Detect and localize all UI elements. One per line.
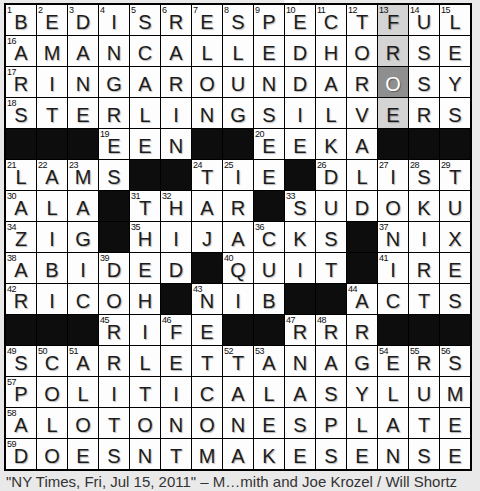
cell-r4c10[interactable]: I <box>285 98 315 128</box>
cell-letter: T <box>201 351 213 376</box>
cell-r3c6[interactable]: R <box>161 67 191 97</box>
cell-r1c9[interactable]: 9P <box>254 5 284 35</box>
cell-letter: E <box>448 413 461 438</box>
cell-r11c6[interactable]: 46F <box>161 315 191 345</box>
clue-number: 1 <box>7 5 12 15</box>
cell-r14c10[interactable]: S <box>285 408 315 438</box>
cell-r10c15[interactable]: S <box>440 284 470 314</box>
cell-r5c6[interactable]: N <box>161 129 191 159</box>
cell-r15c14[interactable]: S <box>409 439 439 469</box>
cell-r3c10[interactable]: D <box>285 67 315 97</box>
cell-r6c11[interactable]: 26D <box>316 160 346 190</box>
cell-letter: B <box>45 258 58 283</box>
clue-number: 16 <box>7 36 16 46</box>
cell-r12c6[interactable]: E <box>161 346 191 376</box>
cell-r12c2[interactable]: 50C <box>37 346 67 376</box>
cell-r10c14[interactable]: T <box>409 284 439 314</box>
cell-r8c1[interactable]: 34Z <box>6 222 36 252</box>
clue-number: 12 <box>348 5 357 15</box>
cell-r13c6[interactable]: I <box>161 377 191 407</box>
clue-number: 9 <box>255 5 260 15</box>
cell-r4c11[interactable]: L <box>316 98 346 128</box>
cell-letter: D <box>169 258 183 283</box>
cell-r10c1[interactable]: 42R <box>6 284 36 314</box>
cell-r10c4[interactable]: O <box>99 284 129 314</box>
cell-r11c12[interactable]: R <box>347 315 377 345</box>
cell-r14c7[interactable]: O <box>192 408 222 438</box>
clue-number: 3 <box>69 5 74 15</box>
cell-r1c4[interactable]: 4I <box>99 5 129 35</box>
cell-r9c14[interactable]: R <box>409 253 439 283</box>
cell-letter: Z <box>15 227 27 252</box>
cell-r4c12[interactable]: V <box>347 98 377 128</box>
cell-r2c13[interactable]: R <box>378 36 408 66</box>
cell-r2c6[interactable]: A <box>161 36 191 66</box>
cell-r7c15[interactable]: U <box>440 191 470 221</box>
cell-letter: I <box>142 320 148 345</box>
block-cell-r10c10 <box>285 284 315 314</box>
cell-letter: I <box>80 258 86 283</box>
cell-letter: A <box>76 41 89 66</box>
block-cell-r11c8 <box>223 315 253 345</box>
cell-r13c2[interactable]: O <box>37 377 67 407</box>
clue-number: 34 <box>7 222 16 232</box>
cell-r6c1[interactable]: 21L <box>6 160 36 190</box>
cell-letter: H <box>324 41 338 66</box>
cell-letter: A <box>324 72 337 97</box>
cell-r3c9[interactable]: N <box>254 67 284 97</box>
clue-number: 55 <box>410 346 419 356</box>
cell-r2c11[interactable]: H <box>316 36 346 66</box>
cell-r2c15[interactable]: E <box>440 36 470 66</box>
cell-r2c2[interactable]: M <box>37 36 67 66</box>
clue-number: 31 <box>131 191 140 201</box>
cell-letter: T <box>418 413 430 438</box>
cell-r1c6[interactable]: 6R <box>161 5 191 35</box>
clue-number: 47 <box>286 315 295 325</box>
cell-r12c9[interactable]: 53A <box>254 346 284 376</box>
cell-r7c6[interactable]: 32H <box>161 191 191 221</box>
cell-r7c7[interactable]: A <box>192 191 222 221</box>
cell-letter: A <box>386 413 399 438</box>
cell-r5c12[interactable]: A <box>347 129 377 159</box>
cell-r14c11[interactable]: P <box>316 408 346 438</box>
cell-r12c1[interactable]: 49S <box>6 346 36 376</box>
cell-r7c5[interactable]: 31T <box>130 191 160 221</box>
block-cell-r5c3 <box>68 129 98 159</box>
cell-r8c11[interactable]: S <box>316 222 346 252</box>
cell-r8c8[interactable]: A <box>223 222 253 252</box>
cell-r9c4[interactable]: 39D <box>99 253 129 283</box>
cell-r9c1[interactable]: 38A <box>6 253 36 283</box>
cell-r13c12[interactable]: Y <box>347 377 377 407</box>
cell-r9c5[interactable]: E <box>130 253 160 283</box>
clue-number: 30 <box>7 191 16 201</box>
cell-r12c8[interactable]: 52T <box>223 346 253 376</box>
cell-letter: E <box>169 351 182 376</box>
cell-r15c8[interactable]: A <box>223 439 253 469</box>
cell-r12c5[interactable]: L <box>130 346 160 376</box>
cell-letter: E <box>200 320 213 345</box>
clue-number: 24 <box>193 160 202 170</box>
cell-letter: D <box>76 10 90 35</box>
cell-letter: R <box>107 103 121 128</box>
cell-r10c12[interactable]: 44A <box>347 284 377 314</box>
cell-r2c8[interactable]: L <box>223 36 253 66</box>
cell-letter: V <box>355 103 368 128</box>
cell-r2c9[interactable]: E <box>254 36 284 66</box>
cell-r8c14[interactable]: I <box>409 222 439 252</box>
cell-r4c4[interactable]: R <box>99 98 129 128</box>
cell-r9c11[interactable]: T <box>316 253 346 283</box>
cell-r13c10[interactable]: A <box>285 377 315 407</box>
clue-number: 58 <box>7 408 16 418</box>
cell-r1c3[interactable]: 3D <box>68 5 98 35</box>
cell-r15c13[interactable]: N <box>378 439 408 469</box>
cell-r15c9[interactable]: K <box>254 439 284 469</box>
cell-r10c9[interactable]: B <box>254 284 284 314</box>
cell-r11c11[interactable]: 48R <box>316 315 346 345</box>
cell-r7c14[interactable]: K <box>409 191 439 221</box>
cell-r4c13[interactable]: E <box>378 98 408 128</box>
cell-r4c7[interactable]: N <box>192 98 222 128</box>
cell-r11c4[interactable]: 45R <box>99 315 129 345</box>
cell-letter: N <box>386 444 400 469</box>
cell-r7c10[interactable]: 33S <box>285 191 315 221</box>
block-cell-r11c14 <box>409 315 439 345</box>
cell-letter: S <box>107 165 120 190</box>
cell-r12c13[interactable]: 54E <box>378 346 408 376</box>
cell-r2c1[interactable]: 16A <box>6 36 36 66</box>
cell-r3c3[interactable]: N <box>68 67 98 97</box>
clue-number: 25 <box>224 160 233 170</box>
cell-r4c9[interactable]: S <box>254 98 284 128</box>
cell-r11c5[interactable]: I <box>130 315 160 345</box>
cell-r1c7[interactable]: 7E <box>192 5 222 35</box>
cell-letter: T <box>449 165 461 190</box>
cell-r14c4[interactable]: T <box>99 408 129 438</box>
cell-r13c3[interactable]: L <box>68 377 98 407</box>
cell-letter: A <box>45 165 58 190</box>
cell-r1c5[interactable]: 5S <box>130 5 160 35</box>
cell-r3c12[interactable]: R <box>347 67 377 97</box>
cell-r2c4[interactable]: N <box>99 36 129 66</box>
clue-number: 19 <box>100 129 109 139</box>
cell-r2c7[interactable]: L <box>192 36 222 66</box>
clue-number: 43 <box>193 284 202 294</box>
cell-r13c14[interactable]: U <box>409 377 439 407</box>
cell-r9c13[interactable]: 41I <box>378 253 408 283</box>
cell-letter: D <box>293 72 307 97</box>
cell-r1c11[interactable]: 11C <box>316 5 346 35</box>
cell-r14c8[interactable]: N <box>223 408 253 438</box>
cell-letter: A <box>14 413 27 438</box>
block-cell-r11c15 <box>440 315 470 345</box>
cell-r5c10[interactable]: E <box>285 129 315 159</box>
cell-r3c15[interactable]: Y <box>440 67 470 97</box>
cell-r1c10[interactable]: 10E <box>285 5 315 35</box>
cell-r1c12[interactable]: 12T <box>347 5 377 35</box>
block-cell-r11c3 <box>68 315 98 345</box>
cell-r15c4[interactable]: S <box>99 439 129 469</box>
cell-letter: L <box>356 165 367 190</box>
clue-number: 35 <box>131 222 140 232</box>
cell-r6c14[interactable]: 28S <box>409 160 439 190</box>
block-cell-r8c4 <box>99 222 129 252</box>
cell-r14c12[interactable]: L <box>347 408 377 438</box>
cell-r13c7[interactable]: C <box>192 377 222 407</box>
cell-r5c11[interactable]: K <box>316 129 346 159</box>
cell-r2c14[interactable]: S <box>409 36 439 66</box>
cell-r8c3[interactable]: G <box>68 222 98 252</box>
cell-r6c12[interactable]: L <box>347 160 377 190</box>
cell-r15c15[interactable]: E <box>440 439 470 469</box>
cell-r12c14[interactable]: 55R <box>409 346 439 376</box>
cell-letter: R <box>355 320 369 345</box>
cell-r4c6[interactable]: I <box>161 98 191 128</box>
cell-r6c8[interactable]: 25I <box>223 160 253 190</box>
cell-r4c8[interactable]: G <box>223 98 253 128</box>
cell-r6c15[interactable]: 29T <box>440 160 470 190</box>
block-cell-r6c10 <box>285 160 315 190</box>
cell-r4c3[interactable]: E <box>68 98 98 128</box>
cell-r12c12[interactable]: G <box>347 346 377 376</box>
cell-letter: A <box>169 41 182 66</box>
cell-r4c1[interactable]: 18S <box>6 98 36 128</box>
cell-r7c3[interactable]: A <box>68 191 98 221</box>
cell-letter: A <box>14 196 27 221</box>
cell-r13c1[interactable]: 57P <box>6 377 36 407</box>
cell-letter: I <box>173 382 179 407</box>
cell-r11c10[interactable]: 47R <box>285 315 315 345</box>
cell-r13c4[interactable]: I <box>99 377 129 407</box>
cell-r7c2[interactable]: L <box>37 191 67 221</box>
cell-r10c2[interactable]: I <box>37 284 67 314</box>
block-cell-r8c12 <box>347 222 377 252</box>
clue-number: 15 <box>441 5 450 15</box>
cell-r7c13[interactable]: O <box>378 191 408 221</box>
cell-letter: E <box>448 41 461 66</box>
cell-letter: C <box>386 289 400 314</box>
cell-r6c9[interactable]: E <box>254 160 284 190</box>
cell-r6c2[interactable]: 22A <box>37 160 67 190</box>
cell-letter: O <box>137 413 153 438</box>
cell-r6c4[interactable]: S <box>99 160 129 190</box>
cell-r14c9[interactable]: E <box>254 408 284 438</box>
cell-letter: A <box>200 196 213 221</box>
cell-r8c7[interactable]: J <box>192 222 222 252</box>
cell-r1c2[interactable]: 2E <box>37 5 67 35</box>
cell-r9c10[interactable]: I <box>285 253 315 283</box>
cell-r3c7[interactable]: O <box>192 67 222 97</box>
cell-r5c4[interactable]: 19E <box>99 129 129 159</box>
cell-letter: I <box>173 227 179 252</box>
cell-r6c3[interactable]: 23M <box>68 160 98 190</box>
cell-r14c2[interactable]: L <box>37 408 67 438</box>
cell-r15c10[interactable]: E <box>285 439 315 469</box>
cell-letter: T <box>170 444 182 469</box>
cell-r14c14[interactable]: T <box>409 408 439 438</box>
cell-letter: L <box>449 10 460 35</box>
block-cell-r11c13 <box>378 315 408 345</box>
cell-r2c5[interactable]: C <box>130 36 160 66</box>
cell-r12c10[interactable]: N <box>285 346 315 376</box>
cell-letter: U <box>324 196 338 221</box>
cell-letter: N <box>169 134 183 159</box>
cell-letter: N <box>231 413 245 438</box>
cell-letter: N <box>76 72 90 97</box>
cell-r8c13[interactable]: 37N <box>378 222 408 252</box>
cell-r15c12[interactable]: E <box>347 439 377 469</box>
cell-r8c10[interactable]: K <box>285 222 315 252</box>
cell-letter: S <box>417 72 430 97</box>
cell-r7c8[interactable]: R <box>223 191 253 221</box>
cell-r15c11[interactable]: S <box>316 439 346 469</box>
cell-r13c8[interactable]: A <box>223 377 253 407</box>
cell-r2c12[interactable]: O <box>347 36 377 66</box>
cell-r12c4[interactable]: R <box>99 346 129 376</box>
clue-number: 48 <box>317 315 326 325</box>
cell-letter: J <box>202 227 212 252</box>
block-cell-r5c2 <box>37 129 67 159</box>
cell-r10c5[interactable]: H <box>130 284 160 314</box>
cell-r10c3[interactable]: C <box>68 284 98 314</box>
cell-r13c5[interactable]: T <box>130 377 160 407</box>
cell-r1c8[interactable]: 8S <box>223 5 253 35</box>
cell-r10c7[interactable]: 43N <box>192 284 222 314</box>
cell-r3c2[interactable]: I <box>37 67 67 97</box>
cell-r3c14[interactable]: S <box>409 67 439 97</box>
cell-r6c13[interactable]: 27I <box>378 160 408 190</box>
cell-r12c11[interactable]: A <box>316 346 346 376</box>
cell-r9c3[interactable]: I <box>68 253 98 283</box>
cell-letter: O <box>385 196 401 221</box>
cell-r11c7[interactable]: E <box>192 315 222 345</box>
cell-r12c7[interactable]: T <box>192 346 222 376</box>
cell-r1c13[interactable]: 13F <box>378 5 408 35</box>
cell-letter: T <box>108 413 120 438</box>
cell-letter: E <box>138 258 151 283</box>
cell-r14c15[interactable]: E <box>440 408 470 438</box>
cell-r9c2[interactable]: B <box>37 253 67 283</box>
cell-r9c8[interactable]: 40Q <box>223 253 253 283</box>
cell-r9c9[interactable]: U <box>254 253 284 283</box>
cell-r13c9[interactable]: L <box>254 377 284 407</box>
cell-letter: L <box>139 351 150 376</box>
cell-letter: I <box>49 72 55 97</box>
cell-r8c2[interactable]: I <box>37 222 67 252</box>
cell-r15c1[interactable]: 59D <box>6 439 36 469</box>
cell-letter: I <box>111 10 117 35</box>
cell-r15c7[interactable]: M <box>192 439 222 469</box>
cell-r3c5[interactable]: A <box>130 67 160 97</box>
cell-r4c5[interactable]: L <box>130 98 160 128</box>
cell-r14c1[interactable]: 58A <box>6 408 36 438</box>
cell-r13c15[interactable]: M <box>440 377 470 407</box>
cell-letter: A <box>14 41 27 66</box>
clue-number: 22 <box>38 160 47 170</box>
cell-r15c3[interactable]: E <box>68 439 98 469</box>
cell-r4c14[interactable]: R <box>409 98 439 128</box>
cell-r12c3[interactable]: 51A <box>68 346 98 376</box>
clue-number: 51 <box>69 346 78 356</box>
cell-r4c2[interactable]: T <box>37 98 67 128</box>
cell-r13c13[interactable]: L <box>378 377 408 407</box>
cell-r15c5[interactable]: N <box>130 439 160 469</box>
cell-r14c6[interactable]: N <box>161 408 191 438</box>
clue-number: 52 <box>224 346 233 356</box>
cell-letter: X <box>448 227 461 252</box>
cell-r8c5[interactable]: 35H <box>130 222 160 252</box>
cell-r3c13[interactable]: O <box>378 67 408 97</box>
cell-letter: O <box>199 72 215 97</box>
cell-r1c14[interactable]: 14U <box>409 5 439 35</box>
cell-letter: E <box>448 444 461 469</box>
cell-r8c6[interactable]: I <box>161 222 191 252</box>
clue-number: 23 <box>69 160 78 170</box>
cell-letter: S <box>14 103 27 128</box>
cell-r14c13[interactable]: A <box>378 408 408 438</box>
cell-r6c7[interactable]: 24T <box>192 160 222 190</box>
cell-r13c11[interactable]: S <box>316 377 346 407</box>
cell-r2c10[interactable]: D <box>285 36 315 66</box>
cell-r3c1[interactable]: 17R <box>6 67 36 97</box>
cell-r1c1[interactable]: 1B <box>6 5 36 35</box>
cell-letter: E <box>262 413 275 438</box>
cell-r10c8[interactable]: I <box>223 284 253 314</box>
cell-letter: S <box>324 382 337 407</box>
cell-r4c15[interactable]: S <box>440 98 470 128</box>
cell-r8c15[interactable]: X <box>440 222 470 252</box>
cell-letter: A <box>355 134 368 159</box>
cell-letter: C <box>138 41 152 66</box>
cell-r2c3[interactable]: A <box>68 36 98 66</box>
cell-r7c11[interactable]: U <box>316 191 346 221</box>
cell-letter: R <box>169 10 183 35</box>
cell-r12c15[interactable]: 56S <box>440 346 470 376</box>
cell-r14c5[interactable]: O <box>130 408 160 438</box>
cell-letter: L <box>356 413 367 438</box>
clue-number: 36 <box>255 222 264 232</box>
block-cell-r5c15 <box>440 129 470 159</box>
cell-r15c6[interactable]: T <box>161 439 191 469</box>
block-cell-r10c11 <box>316 284 346 314</box>
cell-r15c2[interactable]: O <box>37 439 67 469</box>
cell-r3c8[interactable]: U <box>223 67 253 97</box>
cell-letter: N <box>138 444 152 469</box>
clue-number: 18 <box>7 98 16 108</box>
cell-r9c15[interactable]: E <box>440 253 470 283</box>
cell-r7c1[interactable]: 30A <box>6 191 36 221</box>
cell-letter: S <box>448 351 461 376</box>
cell-r1c15[interactable]: 15L <box>440 5 470 35</box>
cell-letter: N <box>169 413 183 438</box>
cell-r7c12[interactable]: D <box>347 191 377 221</box>
cell-r14c3[interactable]: O <box>68 408 98 438</box>
cell-r8c9[interactable]: 36C <box>254 222 284 252</box>
cell-letter: O <box>75 413 91 438</box>
cell-r5c5[interactable]: E <box>130 129 160 159</box>
cell-r5c9[interactable]: 20E <box>254 129 284 159</box>
cell-letter: O <box>106 289 122 314</box>
cell-r9c6[interactable]: D <box>161 253 191 283</box>
crossword-board[interactable]: 1B2E3D4I5S6R7E8S9P10E11C12T13F14U15L16AM… <box>4 3 472 471</box>
cell-r3c11[interactable]: A <box>316 67 346 97</box>
cell-r10c13[interactable]: C <box>378 284 408 314</box>
cell-r3c4[interactable]: G <box>99 67 129 97</box>
block-cell-r10c6 <box>161 284 191 314</box>
cell-letter: S <box>138 10 151 35</box>
